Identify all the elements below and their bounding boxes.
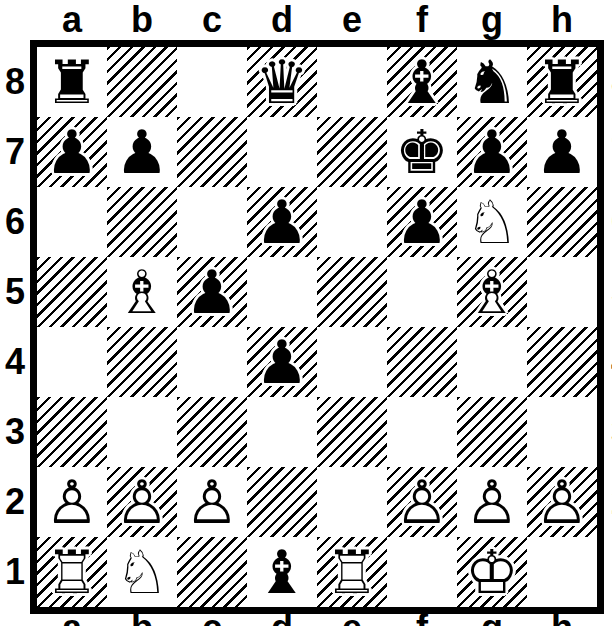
square-g3[interactable] — [457, 397, 527, 467]
square-g8[interactable]: ♞ — [457, 47, 527, 117]
white-knight: ♘ — [107, 537, 177, 607]
white-bishop-fill: ♝ — [107, 257, 177, 327]
white-rook-fill: ♜ — [37, 537, 107, 607]
white-pawn-fill: ♟ — [457, 467, 527, 537]
square-f1[interactable] — [387, 537, 457, 607]
file-label-a: a — [37, 0, 107, 40]
black-pawn: ♟ — [177, 257, 247, 327]
square-b7[interactable]: ♟ — [107, 117, 177, 187]
rank-label-right-7: 7 — [606, 117, 612, 187]
square-e6[interactable] — [317, 187, 387, 257]
square-h7[interactable]: ♟ — [527, 117, 597, 187]
rank-labels-left: 87654321 — [0, 47, 30, 607]
black-bishop: ♝ — [387, 47, 457, 117]
white-pawn: ♙ — [527, 467, 597, 537]
rank-label-right-2: 2 — [606, 467, 612, 537]
square-c1[interactable] — [177, 537, 247, 607]
rank-label-right-4: 4 — [606, 327, 612, 397]
square-f8[interactable]: ♝ — [387, 47, 457, 117]
white-knight-fill: ♞ — [107, 537, 177, 607]
rank-label-4: 4 — [0, 327, 30, 397]
white-pawn-fill: ♟ — [37, 467, 107, 537]
square-b1[interactable]: ♞♘ — [107, 537, 177, 607]
white-knight-fill: ♞ — [457, 187, 527, 257]
square-a8[interactable]: ♜ — [37, 47, 107, 117]
rank-label-8: 8 — [0, 47, 30, 117]
rank-label-3: 3 — [0, 397, 30, 467]
square-g1[interactable]: ♚♔ — [457, 537, 527, 607]
white-pawn: ♙ — [37, 467, 107, 537]
square-c8[interactable] — [177, 47, 247, 117]
rank-label-right-1: 1 — [606, 537, 612, 607]
square-h6[interactable] — [527, 187, 597, 257]
square-c4[interactable] — [177, 327, 247, 397]
file-label-b: b — [107, 0, 177, 40]
square-g6[interactable]: ♞♘ — [457, 187, 527, 257]
square-a4[interactable] — [37, 327, 107, 397]
white-pawn: ♙ — [177, 467, 247, 537]
square-c5[interactable]: ♟ — [177, 257, 247, 327]
square-d3[interactable] — [247, 397, 317, 467]
rank-label-2: 2 — [0, 467, 30, 537]
black-pawn: ♟ — [247, 327, 317, 397]
file-label-bottom-h: h — [527, 608, 597, 626]
square-h3[interactable] — [527, 397, 597, 467]
square-h1[interactable] — [527, 537, 597, 607]
square-e1[interactable]: ♜♖ — [317, 537, 387, 607]
square-a2[interactable]: ♟♙ — [37, 467, 107, 537]
file-label-bottom-f: f — [387, 608, 457, 626]
square-e5[interactable] — [317, 257, 387, 327]
file-label-bottom-g: g — [457, 608, 527, 626]
black-pawn: ♟ — [247, 187, 317, 257]
square-b3[interactable] — [107, 397, 177, 467]
file-label-c: c — [177, 0, 247, 40]
square-h4[interactable] — [527, 327, 597, 397]
square-f6[interactable]: ♟ — [387, 187, 457, 257]
file-labels-bottom-clipped: abcdefgh — [37, 608, 597, 626]
rank-label-6: 6 — [0, 187, 30, 257]
white-pawn-fill: ♟ — [527, 467, 597, 537]
square-b2[interactable]: ♟♙ — [107, 467, 177, 537]
square-a5[interactable] — [37, 257, 107, 327]
square-d8[interactable]: ♛ — [247, 47, 317, 117]
square-c2[interactable]: ♟♙ — [177, 467, 247, 537]
square-e4[interactable] — [317, 327, 387, 397]
white-rook: ♖ — [317, 537, 387, 607]
square-d6[interactable]: ♟ — [247, 187, 317, 257]
square-d7[interactable] — [247, 117, 317, 187]
square-e7[interactable] — [317, 117, 387, 187]
square-e8[interactable] — [317, 47, 387, 117]
white-bishop-fill: ♝ — [457, 257, 527, 327]
square-f4[interactable] — [387, 327, 457, 397]
black-rook: ♜ — [527, 47, 597, 117]
black-rook: ♜ — [37, 47, 107, 117]
square-a6[interactable] — [37, 187, 107, 257]
rank-label-7: 7 — [0, 117, 30, 187]
white-bishop: ♗ — [457, 257, 527, 327]
square-c6[interactable] — [177, 187, 247, 257]
file-label-bottom-a: a — [37, 608, 107, 626]
square-b5[interactable]: ♝♗ — [107, 257, 177, 327]
square-b6[interactable] — [107, 187, 177, 257]
square-d2[interactable] — [247, 467, 317, 537]
chess-diagram: abcdefgh 87654321 ♜♛♝♞♜♟♟♚♟♟♟♟♞♘♝♗♟♝♗♟♟♙… — [0, 0, 612, 626]
square-h8[interactable]: ♜ — [527, 47, 597, 117]
white-rook: ♖ — [37, 537, 107, 607]
black-pawn: ♟ — [387, 187, 457, 257]
square-g7[interactable]: ♟ — [457, 117, 527, 187]
black-pawn: ♟ — [37, 117, 107, 187]
square-c3[interactable] — [177, 397, 247, 467]
file-label-e: e — [317, 0, 387, 40]
file-label-h: h — [527, 0, 597, 40]
white-pawn: ♙ — [107, 467, 177, 537]
file-label-bottom-e: e — [317, 608, 387, 626]
file-label-d: d — [247, 0, 317, 40]
square-a1[interactable]: ♜♖ — [37, 537, 107, 607]
black-knight: ♞ — [457, 47, 527, 117]
rank-label-right-6: 6 — [606, 187, 612, 257]
white-bishop: ♗ — [107, 257, 177, 327]
file-label-bottom-d: d — [247, 608, 317, 626]
rank-label-right-5: 5 — [606, 257, 612, 327]
black-pawn: ♟ — [107, 117, 177, 187]
white-pawn-fill: ♟ — [107, 467, 177, 537]
rank-label-5: 5 — [0, 257, 30, 327]
square-f7[interactable]: ♚ — [387, 117, 457, 187]
square-c7[interactable] — [177, 117, 247, 187]
file-labels-top: abcdefgh — [37, 0, 597, 40]
black-pawn: ♟ — [527, 117, 597, 187]
square-d5[interactable] — [247, 257, 317, 327]
white-king: ♔ — [457, 537, 527, 607]
black-bishop: ♝ — [247, 537, 317, 607]
square-b4[interactable] — [107, 327, 177, 397]
black-king: ♚ — [387, 117, 457, 187]
white-pawn-fill: ♟ — [177, 467, 247, 537]
square-g5[interactable]: ♝♗ — [457, 257, 527, 327]
square-f5[interactable] — [387, 257, 457, 327]
file-label-g: g — [457, 0, 527, 40]
square-d1[interactable]: ♝ — [247, 537, 317, 607]
white-rook-fill: ♜ — [317, 537, 387, 607]
rank-label-right-8: 8 — [606, 47, 612, 117]
file-label-bottom-b: b — [107, 608, 177, 626]
file-label-f: f — [387, 0, 457, 40]
square-f3[interactable] — [387, 397, 457, 467]
black-pawn: ♟ — [457, 117, 527, 187]
white-king-fill: ♚ — [457, 537, 527, 607]
square-b8[interactable] — [107, 47, 177, 117]
chess-board: ♜♛♝♞♜♟♟♚♟♟♟♟♞♘♝♗♟♝♗♟♟♙♟♙♟♙♟♙♟♙♟♙♜♖♞♘♝♜♖♚… — [30, 40, 604, 614]
file-label-bottom-c: c — [177, 608, 247, 626]
white-pawn-fill: ♟ — [387, 467, 457, 537]
square-a7[interactable]: ♟ — [37, 117, 107, 187]
square-h5[interactable] — [527, 257, 597, 327]
square-a3[interactable] — [37, 397, 107, 467]
square-e3[interactable] — [317, 397, 387, 467]
square-g2[interactable]: ♟♙ — [457, 467, 527, 537]
square-f2[interactable]: ♟♙ — [387, 467, 457, 537]
square-d4[interactable]: ♟ — [247, 327, 317, 397]
white-pawn: ♙ — [457, 467, 527, 537]
rank-label-right-3: 3 — [606, 397, 612, 467]
white-pawn: ♙ — [387, 467, 457, 537]
black-queen: ♛ — [247, 47, 317, 117]
white-knight: ♘ — [457, 187, 527, 257]
square-e2[interactable] — [317, 467, 387, 537]
rank-labels-right-clipped: 87654321 — [606, 47, 612, 607]
square-g4[interactable] — [457, 327, 527, 397]
square-h2[interactable]: ♟♙ — [527, 467, 597, 537]
rank-label-1: 1 — [0, 537, 30, 607]
